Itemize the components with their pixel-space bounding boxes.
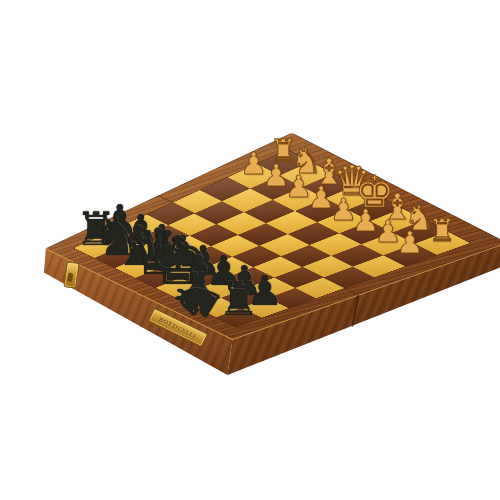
product-photo: ♜♞♝♛♚♝♞♜♟♟♟♟♟♟♟♟♟♟♟♟♟♟♟♟♜♞♝♛♚♝♞♜ BOTTICE… <box>0 0 500 500</box>
piece-white-pawn-h2: ♟ <box>396 228 423 258</box>
piece-black-rook-h8: ♜ <box>218 276 259 322</box>
piece-white-rook-h1: ♜ <box>428 216 455 246</box>
